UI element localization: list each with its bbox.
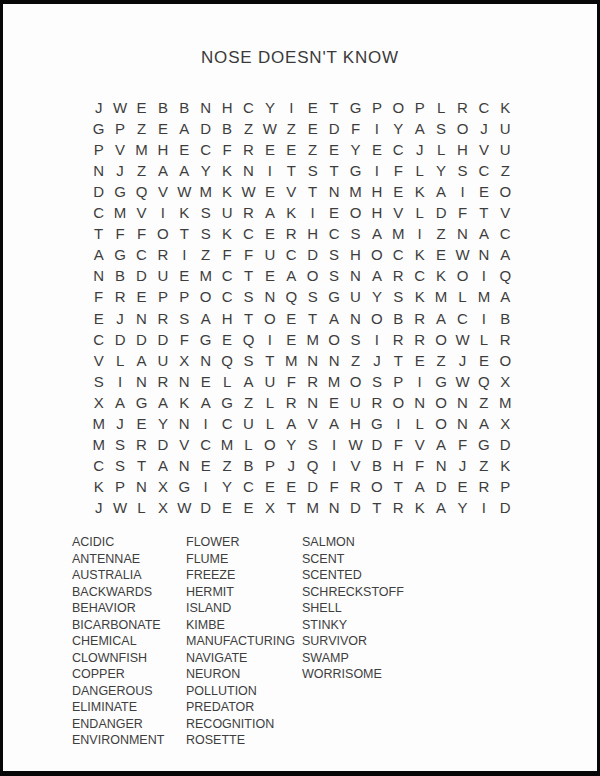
- grid-cell[interactable]: K: [495, 455, 516, 476]
- grid-cell[interactable]: I: [366, 160, 387, 181]
- grid-cell[interactable]: R: [238, 139, 259, 160]
- word-list-item[interactable]: MANUFACTURING: [186, 633, 302, 650]
- grid-cell[interactable]: E: [409, 350, 430, 371]
- grid-cell[interactable]: R: [452, 97, 473, 118]
- grid-cell[interactable]: V: [131, 202, 152, 223]
- grid-cell[interactable]: L: [409, 160, 430, 181]
- grid-cell[interactable]: H: [152, 139, 173, 160]
- grid-cell[interactable]: T: [473, 202, 494, 223]
- grid-cell[interactable]: J: [109, 307, 130, 328]
- grid-cell[interactable]: C: [495, 223, 516, 244]
- grid-cell[interactable]: G: [345, 160, 366, 181]
- grid-cell[interactable]: U: [495, 118, 516, 139]
- grid-cell[interactable]: C: [195, 434, 216, 455]
- grid-cell[interactable]: S: [323, 265, 344, 286]
- grid-cell[interactable]: Z: [238, 392, 259, 413]
- grid-cell[interactable]: C: [238, 223, 259, 244]
- word-list-item[interactable]: SHELL: [302, 600, 404, 617]
- grid-cell[interactable]: A: [430, 434, 451, 455]
- grid-cell[interactable]: C: [88, 202, 109, 223]
- grid-cell[interactable]: E: [366, 139, 387, 160]
- grid-cell[interactable]: E: [323, 139, 344, 160]
- grid-cell[interactable]: F: [131, 223, 152, 244]
- grid-cell[interactable]: F: [452, 202, 473, 223]
- grid-cell[interactable]: L: [430, 97, 451, 118]
- grid-cell[interactable]: N: [323, 497, 344, 518]
- grid-cell[interactable]: O: [452, 265, 473, 286]
- grid-cell[interactable]: X: [495, 413, 516, 434]
- grid-cell[interactable]: T: [238, 265, 259, 286]
- grid-cell[interactable]: S: [323, 244, 344, 265]
- grid-cell[interactable]: O: [430, 392, 451, 413]
- grid-cell[interactable]: O: [388, 392, 409, 413]
- grid-cell[interactable]: A: [131, 350, 152, 371]
- grid-cell[interactable]: N: [131, 371, 152, 392]
- grid-cell[interactable]: U: [152, 265, 173, 286]
- grid-cell[interactable]: M: [345, 181, 366, 202]
- grid-cell[interactable]: L: [238, 434, 259, 455]
- grid-cell[interactable]: Y: [281, 434, 302, 455]
- grid-cell[interactable]: L: [452, 286, 473, 307]
- grid-cell[interactable]: N: [452, 392, 473, 413]
- grid-cell[interactable]: L: [131, 497, 152, 518]
- grid-cell[interactable]: Z: [238, 118, 259, 139]
- grid-cell[interactable]: A: [495, 286, 516, 307]
- grid-cell[interactable]: I: [409, 371, 430, 392]
- word-list-item[interactable]: ACIDIC: [72, 534, 186, 551]
- grid-cell[interactable]: Z: [430, 223, 451, 244]
- grid-cell[interactable]: A: [323, 307, 344, 328]
- grid-cell[interactable]: O: [495, 350, 516, 371]
- grid-cell[interactable]: P: [409, 97, 430, 118]
- grid-cell[interactable]: K: [174, 202, 195, 223]
- word-list-item[interactable]: SCENTED: [302, 567, 404, 584]
- grid-cell[interactable]: P: [109, 118, 130, 139]
- grid-cell[interactable]: L: [430, 139, 451, 160]
- grid-cell[interactable]: P: [495, 476, 516, 497]
- grid-cell[interactable]: O: [452, 118, 473, 139]
- grid-cell[interactable]: E: [281, 139, 302, 160]
- grid-cell[interactable]: A: [473, 223, 494, 244]
- grid-cell[interactable]: F: [388, 434, 409, 455]
- grid-cell[interactable]: D: [109, 329, 130, 350]
- grid-cell[interactable]: O: [366, 307, 387, 328]
- word-list-item[interactable]: SWAMP: [302, 650, 404, 667]
- grid-cell[interactable]: I: [473, 307, 494, 328]
- grid-cell[interactable]: N: [345, 265, 366, 286]
- grid-cell[interactable]: C: [281, 244, 302, 265]
- grid-cell[interactable]: E: [388, 181, 409, 202]
- word-list-item[interactable]: ELIMINATE: [72, 699, 186, 716]
- grid-cell[interactable]: J: [281, 455, 302, 476]
- grid-cell[interactable]: S: [109, 434, 130, 455]
- grid-cell[interactable]: E: [131, 286, 152, 307]
- grid-cell[interactable]: U: [345, 286, 366, 307]
- grid-cell[interactable]: N: [452, 223, 473, 244]
- word-list-item[interactable]: PREDATOR: [186, 699, 302, 716]
- grid-cell[interactable]: E: [195, 455, 216, 476]
- grid-cell[interactable]: C: [131, 244, 152, 265]
- grid-cell[interactable]: Y: [366, 286, 387, 307]
- grid-cell[interactable]: A: [152, 455, 173, 476]
- grid-cell[interactable]: G: [430, 371, 451, 392]
- grid-cell[interactable]: S: [345, 223, 366, 244]
- grid-cell[interactable]: I: [174, 244, 195, 265]
- grid-cell[interactable]: Z: [495, 160, 516, 181]
- word-list-item[interactable]: BICARBONATE: [72, 617, 186, 634]
- grid-cell[interactable]: R: [409, 329, 430, 350]
- grid-cell[interactable]: I: [388, 413, 409, 434]
- grid-cell[interactable]: Y: [388, 118, 409, 139]
- grid-cell[interactable]: I: [259, 329, 280, 350]
- word-list-item[interactable]: COPPER: [72, 666, 186, 683]
- grid-cell[interactable]: J: [409, 139, 430, 160]
- grid-cell[interactable]: N: [238, 160, 259, 181]
- grid-cell[interactable]: Z: [131, 160, 152, 181]
- grid-cell[interactable]: T: [323, 160, 344, 181]
- grid-cell[interactable]: Y: [452, 497, 473, 518]
- grid-cell[interactable]: W: [174, 181, 195, 202]
- grid-cell[interactable]: I: [109, 371, 130, 392]
- grid-cell[interactable]: I: [409, 223, 430, 244]
- grid-cell[interactable]: T: [174, 223, 195, 244]
- grid-cell[interactable]: K: [281, 202, 302, 223]
- grid-cell[interactable]: M: [195, 181, 216, 202]
- grid-cell[interactable]: U: [216, 202, 237, 223]
- grid-cell[interactable]: J: [109, 413, 130, 434]
- grid-cell[interactable]: A: [174, 118, 195, 139]
- grid-cell[interactable]: I: [473, 265, 494, 286]
- grid-cell[interactable]: O: [366, 476, 387, 497]
- grid-cell[interactable]: S: [430, 118, 451, 139]
- grid-cell[interactable]: K: [409, 244, 430, 265]
- grid-cell[interactable]: N: [131, 476, 152, 497]
- grid-cell[interactable]: K: [409, 497, 430, 518]
- grid-cell[interactable]: A: [409, 118, 430, 139]
- word-list-item[interactable]: SCENT: [302, 551, 404, 568]
- grid-cell[interactable]: T: [323, 97, 344, 118]
- grid-cell[interactable]: D: [495, 434, 516, 455]
- grid-cell[interactable]: S: [195, 202, 216, 223]
- grid-cell[interactable]: Z: [281, 118, 302, 139]
- grid-cell[interactable]: E: [323, 202, 344, 223]
- grid-cell[interactable]: G: [216, 392, 237, 413]
- grid-cell[interactable]: E: [323, 392, 344, 413]
- grid-cell[interactable]: W: [174, 497, 195, 518]
- grid-cell[interactable]: E: [174, 265, 195, 286]
- grid-cell[interactable]: T: [259, 350, 280, 371]
- grid-cell[interactable]: T: [388, 476, 409, 497]
- grid-cell[interactable]: A: [430, 497, 451, 518]
- grid-cell[interactable]: D: [302, 476, 323, 497]
- grid-cell[interactable]: G: [109, 244, 130, 265]
- grid-cell[interactable]: M: [281, 350, 302, 371]
- grid-cell[interactable]: T: [388, 350, 409, 371]
- grid-cell[interactable]: M: [473, 286, 494, 307]
- grid-cell[interactable]: H: [366, 202, 387, 223]
- grid-cell[interactable]: C: [388, 244, 409, 265]
- grid-cell[interactable]: A: [495, 244, 516, 265]
- grid-cell[interactable]: T: [302, 181, 323, 202]
- grid-cell[interactable]: J: [88, 97, 109, 118]
- grid-cell[interactable]: G: [473, 434, 494, 455]
- grid-cell[interactable]: D: [152, 434, 173, 455]
- grid-cell[interactable]: F: [409, 455, 430, 476]
- grid-cell[interactable]: D: [131, 329, 152, 350]
- grid-cell[interactable]: N: [473, 244, 494, 265]
- grid-cell[interactable]: P: [388, 371, 409, 392]
- grid-cell[interactable]: A: [409, 476, 430, 497]
- grid-cell[interactable]: M: [302, 329, 323, 350]
- grid-cell[interactable]: D: [345, 497, 366, 518]
- grid-cell[interactable]: U: [259, 244, 280, 265]
- grid-cell[interactable]: O: [302, 265, 323, 286]
- grid-cell[interactable]: E: [302, 97, 323, 118]
- grid-cell[interactable]: R: [495, 329, 516, 350]
- grid-cell[interactable]: X: [88, 392, 109, 413]
- grid-cell[interactable]: N: [452, 413, 473, 434]
- grid-cell[interactable]: B: [495, 307, 516, 328]
- grid-cell[interactable]: W: [345, 434, 366, 455]
- grid-cell[interactable]: E: [281, 307, 302, 328]
- grid-cell[interactable]: P: [174, 286, 195, 307]
- grid-cell[interactable]: V: [174, 434, 195, 455]
- grid-cell[interactable]: H: [216, 97, 237, 118]
- grid-cell[interactable]: G: [174, 476, 195, 497]
- grid-cell[interactable]: F: [238, 244, 259, 265]
- grid-cell[interactable]: Y: [216, 476, 237, 497]
- grid-cell[interactable]: U: [495, 139, 516, 160]
- grid-cell[interactable]: F: [452, 434, 473, 455]
- grid-cell[interactable]: S: [302, 160, 323, 181]
- grid-cell[interactable]: Z: [345, 350, 366, 371]
- grid-cell[interactable]: L: [259, 392, 280, 413]
- grid-cell[interactable]: B: [388, 307, 409, 328]
- grid-cell[interactable]: C: [195, 139, 216, 160]
- grid-cell[interactable]: J: [88, 497, 109, 518]
- grid-cell[interactable]: R: [473, 476, 494, 497]
- grid-cell[interactable]: E: [174, 139, 195, 160]
- grid-cell[interactable]: T: [281, 160, 302, 181]
- grid-cell[interactable]: N: [195, 97, 216, 118]
- grid-cell[interactable]: M: [88, 434, 109, 455]
- grid-cell[interactable]: C: [323, 223, 344, 244]
- grid-cell[interactable]: K: [216, 181, 237, 202]
- grid-cell[interactable]: A: [259, 202, 280, 223]
- grid-cell[interactable]: A: [323, 413, 344, 434]
- grid-cell[interactable]: E: [131, 413, 152, 434]
- grid-cell[interactable]: O: [259, 307, 280, 328]
- grid-cell[interactable]: E: [259, 139, 280, 160]
- grid-cell[interactable]: Y: [259, 97, 280, 118]
- grid-cell[interactable]: A: [195, 392, 216, 413]
- grid-cell[interactable]: G: [109, 181, 130, 202]
- grid-cell[interactable]: Q: [281, 286, 302, 307]
- word-list-item[interactable]: KIMBE: [186, 617, 302, 634]
- grid-cell[interactable]: L: [109, 350, 130, 371]
- grid-cell[interactable]: E: [216, 497, 237, 518]
- grid-cell[interactable]: V: [302, 413, 323, 434]
- word-list-item[interactable]: STINKY: [302, 617, 404, 634]
- grid-cell[interactable]: M: [388, 223, 409, 244]
- grid-cell[interactable]: H: [388, 455, 409, 476]
- grid-cell[interactable]: I: [302, 202, 323, 223]
- grid-cell[interactable]: R: [388, 329, 409, 350]
- grid-cell[interactable]: M: [323, 371, 344, 392]
- grid-cell[interactable]: N: [88, 160, 109, 181]
- grid-cell[interactable]: W: [259, 118, 280, 139]
- word-list-item[interactable]: RECOGNITION: [186, 716, 302, 733]
- grid-cell[interactable]: L: [409, 413, 430, 434]
- grid-cell[interactable]: R: [238, 202, 259, 223]
- grid-cell[interactable]: U: [238, 413, 259, 434]
- grid-cell[interactable]: C: [473, 97, 494, 118]
- grid-cell[interactable]: V: [109, 139, 130, 160]
- grid-cell[interactable]: C: [388, 139, 409, 160]
- grid-cell[interactable]: C: [409, 265, 430, 286]
- grid-cell[interactable]: S: [174, 307, 195, 328]
- grid-cell[interactable]: M: [195, 265, 216, 286]
- grid-cell[interactable]: K: [88, 476, 109, 497]
- grid-cell[interactable]: C: [238, 97, 259, 118]
- grid-cell[interactable]: E: [152, 118, 173, 139]
- grid-cell[interactable]: Z: [216, 455, 237, 476]
- grid-cell[interactable]: K: [216, 223, 237, 244]
- grid-cell[interactable]: N: [174, 371, 195, 392]
- grid-cell[interactable]: V: [388, 202, 409, 223]
- grid-cell[interactable]: F: [88, 286, 109, 307]
- grid-cell[interactable]: T: [366, 497, 387, 518]
- grid-cell[interactable]: K: [430, 265, 451, 286]
- grid-cell[interactable]: A: [366, 223, 387, 244]
- word-list-item[interactable]: ANTENNAE: [72, 551, 186, 568]
- word-list-item[interactable]: DANGEROUS: [72, 683, 186, 700]
- grid-cell[interactable]: T: [281, 497, 302, 518]
- grid-cell[interactable]: W: [452, 329, 473, 350]
- word-list-item[interactable]: BEHAVIOR: [72, 600, 186, 617]
- grid-cell[interactable]: X: [152, 497, 173, 518]
- grid-cell[interactable]: Y: [345, 139, 366, 160]
- grid-cell[interactable]: S: [345, 329, 366, 350]
- grid-cell[interactable]: K: [174, 392, 195, 413]
- grid-cell[interactable]: D: [302, 244, 323, 265]
- grid-cell[interactable]: F: [109, 223, 130, 244]
- grid-cell[interactable]: D: [366, 434, 387, 455]
- grid-cell[interactable]: R: [366, 392, 387, 413]
- word-list-item[interactable]: ENDANGER: [72, 716, 186, 733]
- grid-cell[interactable]: S: [238, 350, 259, 371]
- grid-cell[interactable]: J: [452, 455, 473, 476]
- grid-cell[interactable]: P: [88, 139, 109, 160]
- grid-cell[interactable]: C: [216, 286, 237, 307]
- grid-cell[interactable]: G: [345, 97, 366, 118]
- grid-cell[interactable]: G: [195, 329, 216, 350]
- word-list-item[interactable]: SALMON: [302, 534, 404, 551]
- grid-cell[interactable]: H: [366, 181, 387, 202]
- grid-cell[interactable]: B: [109, 265, 130, 286]
- grid-cell[interactable]: W: [452, 371, 473, 392]
- grid-cell[interactable]: H: [302, 223, 323, 244]
- grid-cell[interactable]: M: [495, 392, 516, 413]
- grid-cell[interactable]: F: [388, 160, 409, 181]
- grid-cell[interactable]: M: [109, 202, 130, 223]
- grid-cell[interactable]: E: [259, 181, 280, 202]
- word-list-item[interactable]: SCHRECKSTOFF: [302, 584, 404, 601]
- grid-cell[interactable]: D: [323, 118, 344, 139]
- grid-cell[interactable]: V: [473, 139, 494, 160]
- grid-cell[interactable]: I: [452, 181, 473, 202]
- grid-cell[interactable]: S: [452, 160, 473, 181]
- word-list-item[interactable]: CLOWNFISH: [72, 650, 186, 667]
- grid-cell[interactable]: W: [238, 181, 259, 202]
- grid-cell[interactable]: R: [109, 286, 130, 307]
- grid-cell[interactable]: G: [323, 286, 344, 307]
- grid-cell[interactable]: I: [366, 118, 387, 139]
- grid-cell[interactable]: E: [430, 244, 451, 265]
- grid-cell[interactable]: R: [152, 244, 173, 265]
- grid-cell[interactable]: X: [174, 350, 195, 371]
- grid-cell[interactable]: Z: [131, 118, 152, 139]
- grid-cell[interactable]: M: [430, 286, 451, 307]
- grid-cell[interactable]: N: [323, 350, 344, 371]
- grid-cell[interactable]: E: [195, 371, 216, 392]
- word-list-item[interactable]: HERMIT: [186, 584, 302, 601]
- grid-cell[interactable]: N: [259, 286, 280, 307]
- grid-cell[interactable]: M: [216, 434, 237, 455]
- grid-cell[interactable]: L: [216, 371, 237, 392]
- grid-cell[interactable]: Z: [473, 455, 494, 476]
- grid-cell[interactable]: X: [259, 497, 280, 518]
- word-list-item[interactable]: NEURON: [186, 666, 302, 683]
- grid-cell[interactable]: C: [238, 476, 259, 497]
- grid-cell[interactable]: S: [302, 286, 323, 307]
- word-list-item[interactable]: ISLAND: [186, 600, 302, 617]
- grid-cell[interactable]: T: [302, 307, 323, 328]
- grid-cell[interactable]: E: [238, 497, 259, 518]
- grid-cell[interactable]: J: [473, 118, 494, 139]
- word-list-item[interactable]: FREEZE: [186, 567, 302, 584]
- grid-cell[interactable]: T: [238, 307, 259, 328]
- grid-cell[interactable]: R: [152, 307, 173, 328]
- grid-cell[interactable]: Q: [473, 371, 494, 392]
- grid-cell[interactable]: L: [259, 413, 280, 434]
- grid-cell[interactable]: Y: [195, 160, 216, 181]
- grid-cell[interactable]: V: [152, 181, 173, 202]
- grid-cell[interactable]: R: [388, 265, 409, 286]
- grid-cell[interactable]: S: [388, 286, 409, 307]
- grid-cell[interactable]: R: [152, 371, 173, 392]
- grid-cell[interactable]: I: [281, 97, 302, 118]
- grid-cell[interactable]: M: [131, 139, 152, 160]
- grid-cell[interactable]: G: [131, 392, 152, 413]
- grid-cell[interactable]: W: [109, 497, 130, 518]
- grid-cell[interactable]: I: [195, 476, 216, 497]
- grid-cell[interactable]: S: [88, 371, 109, 392]
- grid-cell[interactable]: B: [174, 97, 195, 118]
- grid-cell[interactable]: E: [259, 223, 280, 244]
- grid-cell[interactable]: D: [495, 497, 516, 518]
- grid-cell[interactable]: V: [281, 181, 302, 202]
- grid-cell[interactable]: C: [88, 329, 109, 350]
- grid-cell[interactable]: N: [88, 265, 109, 286]
- grid-cell[interactable]: L: [473, 329, 494, 350]
- grid-cell[interactable]: A: [473, 413, 494, 434]
- grid-cell[interactable]: V: [409, 434, 430, 455]
- grid-cell[interactable]: N: [345, 307, 366, 328]
- grid-cell[interactable]: O: [366, 244, 387, 265]
- grid-cell[interactable]: E: [131, 97, 152, 118]
- grid-cell[interactable]: O: [388, 97, 409, 118]
